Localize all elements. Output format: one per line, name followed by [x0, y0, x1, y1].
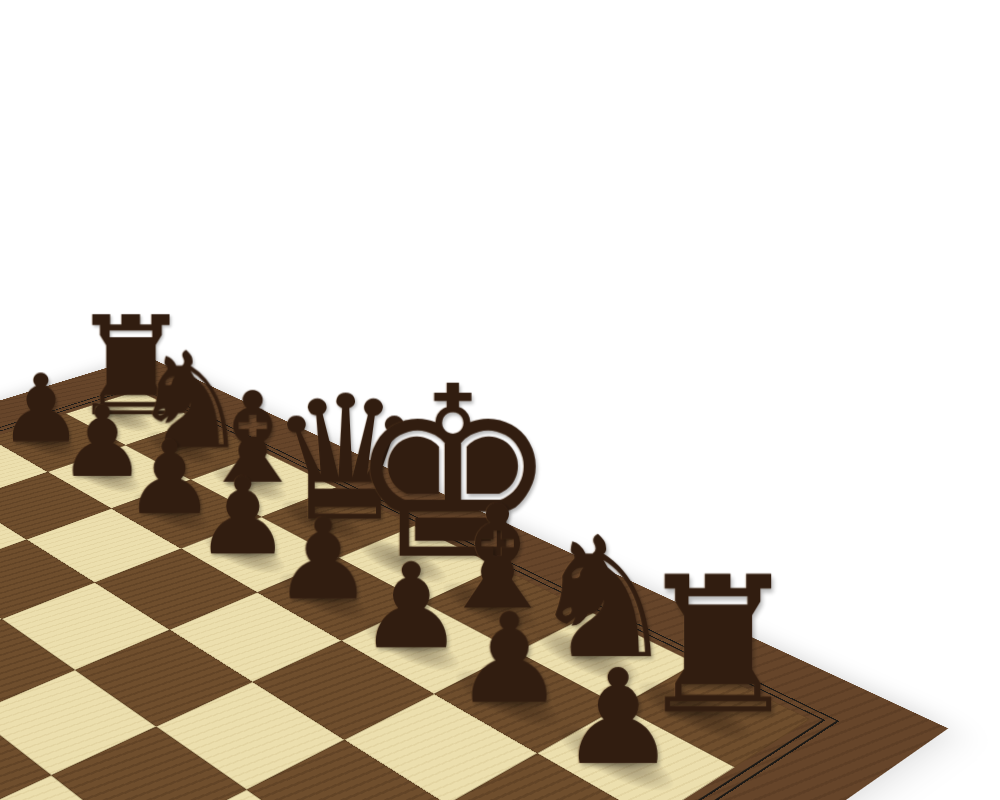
piece-shadow [521, 622, 654, 691]
piece-shadow [623, 673, 767, 749]
board-squares: ♜♞♝♛♚♝♞♜♟♟♟♟♟♟♟♟ [0, 391, 810, 800]
product-photo-stage: ♜♞♝♛♚♝♞♜♟♟♟♟♟♟♟♟ [0, 0, 1000, 800]
frame-pinstripe-outer: ♜♞♝♛♚♝♞♜♟♟♟♟♟♟♟♟ [0, 383, 839, 800]
chess-board: ♜♞♝♛♚♝♞♜♟♟♟♟♟♟♟♟ [0, 356, 948, 800]
board-frame: ♜♞♝♛♚♝♞♜♟♟♟♟♟♟♟♟ [0, 356, 948, 800]
piece-black-knight-g8: ♞ [528, 532, 652, 666]
frame-pinstripe-inner: ♜♞♝♛♚♝♞♜♟♟♟♟♟♟♟♟ [0, 386, 825, 800]
